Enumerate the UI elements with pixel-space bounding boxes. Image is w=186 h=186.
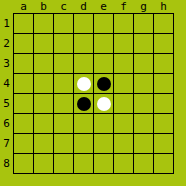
- cell-h3[interactable]: [154, 54, 174, 74]
- row-label-1: 1: [0, 13, 13, 34]
- cell-g4[interactable]: [134, 74, 154, 94]
- cell-g7[interactable]: [134, 134, 154, 154]
- cell-h8[interactable]: [154, 154, 174, 174]
- cell-e3[interactable]: [94, 54, 114, 74]
- cell-b3[interactable]: [34, 54, 54, 74]
- cell-d1[interactable]: [74, 14, 94, 34]
- cell-h2[interactable]: [154, 34, 174, 54]
- row-label-2: 2: [0, 33, 13, 54]
- cell-f6[interactable]: [114, 114, 134, 134]
- row-label-6: 6: [0, 113, 13, 134]
- cell-d4[interactable]: [74, 74, 94, 94]
- cell-h1[interactable]: [154, 14, 174, 34]
- cell-a5[interactable]: [14, 94, 34, 114]
- cell-g5[interactable]: [134, 94, 154, 114]
- cell-b6[interactable]: [34, 114, 54, 134]
- cell-a6[interactable]: [14, 114, 34, 134]
- cell-a7[interactable]: [14, 134, 34, 154]
- othello-game-screen: abcdefgh 12345678: [0, 0, 186, 186]
- black-disc: [97, 77, 111, 91]
- col-label-a: a: [13, 0, 34, 12]
- cell-f5[interactable]: [114, 94, 134, 114]
- col-label-c: c: [53, 0, 74, 12]
- col-label-b: b: [33, 0, 54, 12]
- cell-d2[interactable]: [74, 34, 94, 54]
- cell-d6[interactable]: [74, 114, 94, 134]
- cell-h6[interactable]: [154, 114, 174, 134]
- cell-f3[interactable]: [114, 54, 134, 74]
- cell-a3[interactable]: [14, 54, 34, 74]
- cell-e7[interactable]: [94, 134, 114, 154]
- cell-f8[interactable]: [114, 154, 134, 174]
- cell-e8[interactable]: [94, 154, 114, 174]
- cell-e2[interactable]: [94, 34, 114, 54]
- cell-g2[interactable]: [134, 34, 154, 54]
- cell-h5[interactable]: [154, 94, 174, 114]
- cell-h4[interactable]: [154, 74, 174, 94]
- cell-g8[interactable]: [134, 154, 154, 174]
- cell-c3[interactable]: [54, 54, 74, 74]
- cell-b1[interactable]: [34, 14, 54, 34]
- cell-e6[interactable]: [94, 114, 114, 134]
- col-label-f: f: [113, 0, 134, 12]
- cell-a4[interactable]: [14, 74, 34, 94]
- cell-e5[interactable]: [94, 94, 114, 114]
- col-label-e: e: [93, 0, 114, 12]
- col-label-h: h: [153, 0, 174, 12]
- cell-e1[interactable]: [94, 14, 114, 34]
- white-disc: [77, 77, 91, 91]
- cell-f2[interactable]: [114, 34, 134, 54]
- cell-g3[interactable]: [134, 54, 154, 74]
- cell-b2[interactable]: [34, 34, 54, 54]
- cell-d3[interactable]: [74, 54, 94, 74]
- cell-c4[interactable]: [54, 74, 74, 94]
- cell-c1[interactable]: [54, 14, 74, 34]
- cell-b5[interactable]: [34, 94, 54, 114]
- white-disc: [97, 97, 111, 111]
- cell-a1[interactable]: [14, 14, 34, 34]
- col-label-d: d: [73, 0, 94, 12]
- cell-f4[interactable]: [114, 74, 134, 94]
- cell-h7[interactable]: [154, 134, 174, 154]
- cell-b8[interactable]: [34, 154, 54, 174]
- cell-e4[interactable]: [94, 74, 114, 94]
- cell-g6[interactable]: [134, 114, 154, 134]
- cell-b7[interactable]: [34, 134, 54, 154]
- black-disc: [77, 97, 91, 111]
- cell-c8[interactable]: [54, 154, 74, 174]
- col-label-g: g: [133, 0, 154, 12]
- cell-b4[interactable]: [34, 74, 54, 94]
- cell-c7[interactable]: [54, 134, 74, 154]
- cell-c6[interactable]: [54, 114, 74, 134]
- row-label-5: 5: [0, 93, 13, 114]
- cell-d7[interactable]: [74, 134, 94, 154]
- cell-d5[interactable]: [74, 94, 94, 114]
- cell-a8[interactable]: [14, 154, 34, 174]
- row-label-8: 8: [0, 153, 13, 174]
- row-label-3: 3: [0, 53, 13, 74]
- cell-c2[interactable]: [54, 34, 74, 54]
- row-label-4: 4: [0, 73, 13, 94]
- othello-board: [13, 13, 174, 174]
- cell-a2[interactable]: [14, 34, 34, 54]
- cell-d8[interactable]: [74, 154, 94, 174]
- cell-f7[interactable]: [114, 134, 134, 154]
- cell-c5[interactable]: [54, 94, 74, 114]
- cell-f1[interactable]: [114, 14, 134, 34]
- row-label-7: 7: [0, 133, 13, 154]
- cell-g1[interactable]: [134, 14, 154, 34]
